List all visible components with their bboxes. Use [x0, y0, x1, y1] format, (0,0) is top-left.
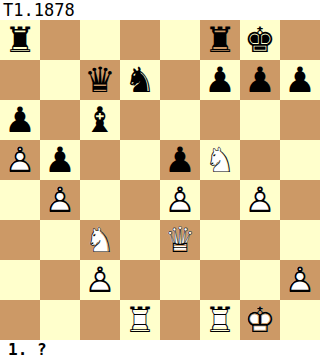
chess-puzzle-page: T1.1878 ♜♜♚♛♞♟♟♟♟♝♟♙♟♟♞♘♟♙♟♙♟♙♞♘♛♕♟♙♟♙♜♖…: [0, 0, 320, 360]
square-e7[interactable]: [160, 60, 200, 100]
piece-white-rook-fill: ♜: [120, 300, 160, 340]
square-d6[interactable]: [120, 100, 160, 140]
piece-white-pawn-fill: ♟: [0, 140, 40, 180]
square-a6[interactable]: ♟: [0, 100, 40, 140]
square-g4[interactable]: ♟♙: [240, 180, 280, 220]
square-g8[interactable]: ♚: [240, 20, 280, 60]
square-f6[interactable]: [200, 100, 240, 140]
square-f4[interactable]: [200, 180, 240, 220]
square-f3[interactable]: [200, 220, 240, 260]
square-b2[interactable]: [40, 260, 80, 300]
square-h1[interactable]: [280, 300, 320, 340]
square-e1[interactable]: [160, 300, 200, 340]
piece-white-pawn: ♙: [0, 140, 40, 180]
square-a2[interactable]: [0, 260, 40, 300]
square-g2[interactable]: [240, 260, 280, 300]
chess-board: ♜♜♚♛♞♟♟♟♟♝♟♙♟♟♞♘♟♙♟♙♟♙♞♘♛♕♟♙♟♙♜♖♜♖♚♔: [0, 20, 320, 340]
square-f7[interactable]: ♟: [200, 60, 240, 100]
square-h7[interactable]: ♟: [280, 60, 320, 100]
piece-white-queen-fill: ♛: [160, 220, 200, 260]
square-c3[interactable]: ♞♘: [80, 220, 120, 260]
piece-white-king-fill: ♚: [240, 300, 280, 340]
piece-white-rook-fill: ♜: [200, 300, 240, 340]
square-e8[interactable]: [160, 20, 200, 60]
square-e2[interactable]: [160, 260, 200, 300]
square-e3[interactable]: ♛♕: [160, 220, 200, 260]
piece-black-knight: ♞: [120, 60, 160, 100]
piece-black-queen: ♛: [80, 60, 120, 100]
square-a7[interactable]: [0, 60, 40, 100]
piece-white-queen: ♕: [160, 220, 200, 260]
square-g6[interactable]: [240, 100, 280, 140]
square-h8[interactable]: [280, 20, 320, 60]
piece-black-rook: ♜: [0, 20, 40, 60]
square-g7[interactable]: ♟: [240, 60, 280, 100]
piece-white-king: ♔: [240, 300, 280, 340]
square-b8[interactable]: [40, 20, 80, 60]
square-b6[interactable]: [40, 100, 80, 140]
square-h3[interactable]: [280, 220, 320, 260]
square-g1[interactable]: ♚♔: [240, 300, 280, 340]
square-b7[interactable]: [40, 60, 80, 100]
piece-white-pawn-fill: ♟: [80, 260, 120, 300]
piece-white-pawn: ♙: [80, 260, 120, 300]
square-d1[interactable]: ♜♖: [120, 300, 160, 340]
square-c1[interactable]: [80, 300, 120, 340]
piece-black-king: ♚: [240, 20, 280, 60]
piece-black-pawn: ♟: [240, 60, 280, 100]
square-a4[interactable]: [0, 180, 40, 220]
square-b1[interactable]: [40, 300, 80, 340]
piece-white-knight-fill: ♞: [80, 220, 120, 260]
piece-black-pawn: ♟: [200, 60, 240, 100]
piece-white-rook: ♖: [120, 300, 160, 340]
piece-black-pawn: ♟: [280, 60, 320, 100]
puzzle-title: T1.1878: [0, 0, 320, 20]
square-h6[interactable]: [280, 100, 320, 140]
square-e6[interactable]: [160, 100, 200, 140]
square-a5[interactable]: ♟♙: [0, 140, 40, 180]
square-c2[interactable]: ♟♙: [80, 260, 120, 300]
square-b4[interactable]: ♟♙: [40, 180, 80, 220]
piece-white-rook: ♖: [200, 300, 240, 340]
square-f1[interactable]: ♜♖: [200, 300, 240, 340]
square-a8[interactable]: ♜: [0, 20, 40, 60]
square-b3[interactable]: [40, 220, 80, 260]
square-d8[interactable]: [120, 20, 160, 60]
piece-black-pawn: ♟: [40, 140, 80, 180]
square-h5[interactable]: [280, 140, 320, 180]
square-a1[interactable]: [0, 300, 40, 340]
square-e4[interactable]: ♟♙: [160, 180, 200, 220]
piece-white-pawn: ♙: [40, 180, 80, 220]
square-c4[interactable]: [80, 180, 120, 220]
piece-white-knight: ♘: [200, 140, 240, 180]
piece-black-bishop: ♝: [80, 100, 120, 140]
piece-white-knight: ♘: [80, 220, 120, 260]
square-c5[interactable]: [80, 140, 120, 180]
piece-white-pawn-fill: ♟: [240, 180, 280, 220]
square-f5[interactable]: ♞♘: [200, 140, 240, 180]
square-c7[interactable]: ♛: [80, 60, 120, 100]
square-f2[interactable]: [200, 260, 240, 300]
square-f8[interactable]: ♜: [200, 20, 240, 60]
square-c6[interactable]: ♝: [80, 100, 120, 140]
square-b5[interactable]: ♟: [40, 140, 80, 180]
square-d7[interactable]: ♞: [120, 60, 160, 100]
piece-white-pawn: ♙: [160, 180, 200, 220]
square-c8[interactable]: [80, 20, 120, 60]
piece-white-pawn-fill: ♟: [280, 260, 320, 300]
square-h2[interactable]: ♟♙: [280, 260, 320, 300]
piece-white-pawn: ♙: [240, 180, 280, 220]
square-d5[interactable]: [120, 140, 160, 180]
square-g3[interactable]: [240, 220, 280, 260]
piece-black-pawn: ♟: [160, 140, 200, 180]
square-g5[interactable]: [240, 140, 280, 180]
piece-white-pawn: ♙: [280, 260, 320, 300]
square-d4[interactable]: [120, 180, 160, 220]
move-prompt: 1. ?: [0, 340, 320, 360]
piece-black-pawn: ♟: [0, 100, 40, 140]
square-a3[interactable]: [0, 220, 40, 260]
piece-white-pawn-fill: ♟: [40, 180, 80, 220]
square-d2[interactable]: [120, 260, 160, 300]
square-e5[interactable]: ♟: [160, 140, 200, 180]
piece-white-pawn-fill: ♟: [160, 180, 200, 220]
square-h4[interactable]: [280, 180, 320, 220]
piece-white-knight-fill: ♞: [200, 140, 240, 180]
piece-black-rook: ♜: [200, 20, 240, 60]
square-d3[interactable]: [120, 220, 160, 260]
